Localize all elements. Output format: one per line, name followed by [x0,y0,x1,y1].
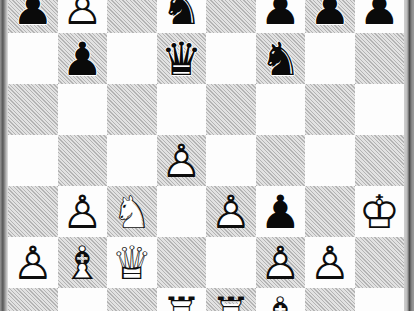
black-pawn-f3[interactable]: ♟ [256,186,306,237]
square-e4[interactable] [206,135,256,186]
square-f5[interactable] [256,84,306,135]
square-b6[interactable]: ♟ [58,33,108,84]
square-e1[interactable]: ♜♖ [206,288,256,311]
square-f1[interactable]: ♝♗ [256,288,306,311]
square-b1[interactable] [58,288,108,311]
square-c2[interactable]: ♛♕ [107,237,157,288]
black-knight-f6[interactable]: ♞ [256,33,306,84]
square-g7[interactable]: ♟ [305,0,355,33]
board-right-frame [404,0,414,311]
square-d3[interactable] [157,186,207,237]
white-pawn-g2[interactable]: ♟♙ [305,237,355,288]
square-c4[interactable] [107,135,157,186]
square-b3[interactable]: ♟♙ [58,186,108,237]
chess-diagram-screenshot: ♟♟♙♞♟♟♟♟♛♞♟♙♟♙♞♘♟♙♟♚♔♟♙♝♗♛♕♟♙♟♙♜♖♜♖♝♗ [0,0,414,311]
square-h6[interactable] [355,33,405,84]
square-c3[interactable]: ♞♘ [107,186,157,237]
square-f2[interactable]: ♟♙ [256,237,306,288]
square-c1[interactable] [107,288,157,311]
white-king-h3[interactable]: ♚♔ [355,186,405,237]
white-pawn-f2[interactable]: ♟♙ [256,237,306,288]
white-bishop-f1[interactable]: ♝♗ [256,288,306,311]
square-g4[interactable] [305,135,355,186]
square-a1[interactable] [8,288,58,311]
square-g1[interactable] [305,288,355,311]
square-e6[interactable] [206,33,256,84]
square-f4[interactable] [256,135,306,186]
square-b2[interactable]: ♝♗ [58,237,108,288]
square-a4[interactable] [8,135,58,186]
square-h7[interactable]: ♟ [355,0,405,33]
square-d6[interactable]: ♛ [157,33,207,84]
square-b7[interactable]: ♟♙ [58,0,108,33]
white-queen-c2[interactable]: ♛♕ [107,237,157,288]
white-rook-e1[interactable]: ♜♖ [206,288,256,311]
square-c6[interactable] [107,33,157,84]
square-b5[interactable] [58,84,108,135]
square-e2[interactable] [206,237,256,288]
square-g3[interactable] [305,186,355,237]
white-pawn-a2[interactable]: ♟♙ [8,237,58,288]
black-queen-d6[interactable]: ♛ [157,33,207,84]
white-pawn-b3[interactable]: ♟♙ [58,186,108,237]
square-e5[interactable] [206,84,256,135]
chess-board: ♟♟♙♞♟♟♟♟♛♞♟♙♟♙♞♘♟♙♟♚♔♟♙♝♗♛♕♟♙♟♙♜♖♜♖♝♗ [8,0,404,311]
square-e7[interactable] [206,0,256,33]
square-b4[interactable] [58,135,108,186]
square-f7[interactable]: ♟ [256,0,306,33]
black-knight-d7[interactable]: ♞ [157,0,207,33]
square-a6[interactable] [8,33,58,84]
square-g2[interactable]: ♟♙ [305,237,355,288]
white-pawn-d4[interactable]: ♟♙ [157,135,207,186]
square-a2[interactable]: ♟♙ [8,237,58,288]
white-rook-d1[interactable]: ♜♖ [157,288,207,311]
square-e3[interactable]: ♟♙ [206,186,256,237]
square-c7[interactable] [107,0,157,33]
white-pawn-e3[interactable]: ♟♙ [206,186,256,237]
square-h2[interactable] [355,237,405,288]
square-d5[interactable] [157,84,207,135]
white-bishop-b2[interactable]: ♝♗ [58,237,108,288]
square-h3[interactable]: ♚♔ [355,186,405,237]
square-f3[interactable]: ♟ [256,186,306,237]
square-h1[interactable] [355,288,405,311]
square-a7[interactable]: ♟ [8,0,58,33]
black-pawn-g7[interactable]: ♟ [305,0,355,33]
square-a5[interactable] [8,84,58,135]
square-f6[interactable]: ♞ [256,33,306,84]
square-g5[interactable] [305,84,355,135]
square-a3[interactable] [8,186,58,237]
square-h5[interactable] [355,84,405,135]
black-pawn-f7[interactable]: ♟ [256,0,306,33]
white-knight-c3[interactable]: ♞♘ [107,186,157,237]
black-pawn-a7[interactable]: ♟ [8,0,58,33]
square-c5[interactable] [107,84,157,135]
square-g6[interactable] [305,33,355,84]
square-d2[interactable] [157,237,207,288]
black-pawn-h7[interactable]: ♟ [355,0,405,33]
white-pawn-b7[interactable]: ♟♙ [58,0,108,33]
board-left-frame [0,0,8,311]
black-pawn-b6[interactable]: ♟ [58,33,108,84]
square-h4[interactable] [355,135,405,186]
square-d4[interactable]: ♟♙ [157,135,207,186]
square-d7[interactable]: ♞ [157,0,207,33]
square-d1[interactable]: ♜♖ [157,288,207,311]
